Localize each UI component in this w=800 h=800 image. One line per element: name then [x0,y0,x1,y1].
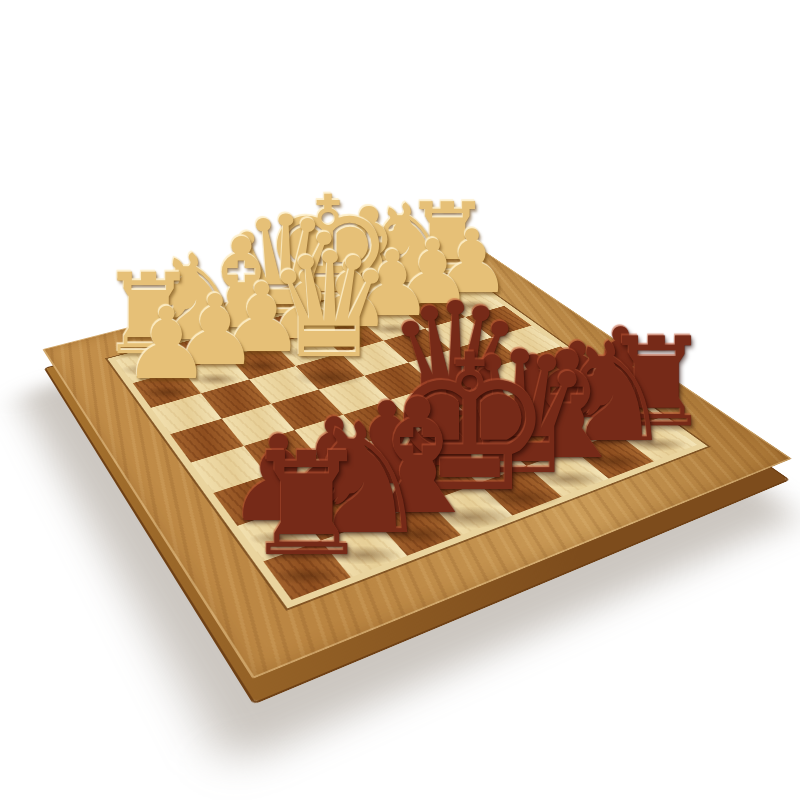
square-e6[interactable] [370,426,447,471]
square-f8[interactable] [376,502,461,556]
square-d6[interactable] [417,411,493,454]
square-c6[interactable] [463,396,539,437]
square-e7[interactable] [398,454,479,502]
square-b8[interactable] [573,433,654,479]
square-g8[interactable] [321,521,407,578]
square-c7[interactable] [494,422,573,466]
square-a8[interactable] [617,418,697,462]
square-e8[interactable] [428,483,512,535]
square-c8[interactable] [526,449,608,496]
product-photo-scene: ♜♞♝♛♚♝♞♜♟♟♟♟♟♟♟♟♛♛♟♟♟♟♟♟♟♟♜♞♝♚♛♝♞♜ [0,0,800,800]
square-e5[interactable] [343,400,417,442]
square-f7[interactable] [347,471,429,521]
square-d8[interactable] [478,466,561,516]
square-g7[interactable] [293,488,376,540]
square-g5[interactable] [244,430,320,475]
square-h4[interactable] [170,419,244,463]
square-h6[interactable] [213,475,293,526]
chess-board [42,240,792,679]
square-h7[interactable] [237,507,320,562]
square-g4[interactable] [222,404,295,446]
square-g6[interactable] [268,458,347,507]
square-f5[interactable] [295,415,370,458]
square-h8[interactable] [263,541,350,600]
square-d7[interactable] [447,437,527,483]
square-f6[interactable] [320,442,398,489]
square-b7[interactable] [539,407,617,449]
square-h5[interactable] [191,446,268,493]
